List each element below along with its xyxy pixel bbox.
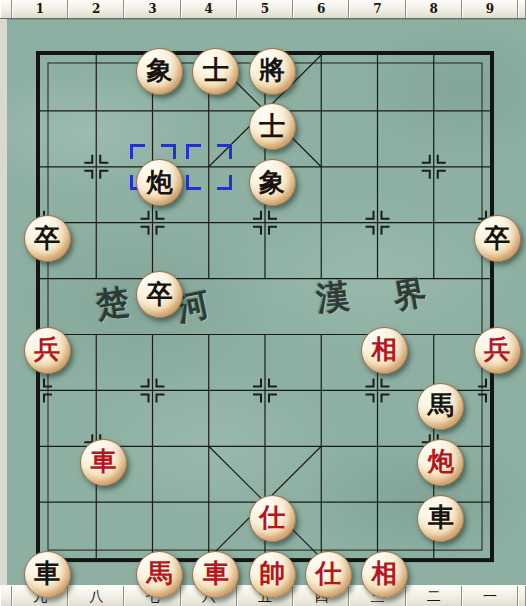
piece-glyph: 仕	[259, 504, 285, 530]
piece-glyph: 車	[34, 560, 60, 586]
piece-glyph: 將	[259, 57, 285, 83]
cell-f5r1: 將	[244, 43, 300, 99]
cell-f3r5: 卒	[131, 267, 187, 323]
piece-glyph: 馬	[147, 560, 173, 586]
piece-glyph: 車	[203, 560, 229, 586]
file-label-top-4: 4	[181, 0, 237, 18]
piece-glyph: 卒	[484, 225, 510, 251]
piece-black-advisor-f4r1[interactable]: 士	[192, 48, 239, 95]
cell-f1r10: 車	[19, 546, 75, 602]
piece-red-elephant-f7r6[interactable]: 相	[361, 327, 408, 374]
cell-f4r10: 車	[188, 546, 244, 602]
cell-f7r10: 相	[356, 546, 412, 602]
file-label-top-6: 6	[293, 0, 349, 18]
piece-glyph: 卒	[147, 281, 173, 307]
piece-red-cannon-f8r8[interactable]: 炮	[417, 439, 464, 486]
cell-f2r8: 車	[75, 434, 131, 490]
cell-f3r1: 象	[131, 43, 187, 99]
cell-f9r4: 卒	[469, 211, 525, 267]
piece-glyph: 帥	[259, 560, 285, 586]
piece-glyph: 馬	[428, 392, 454, 418]
cell-f3r10: 馬	[131, 546, 187, 602]
cell-f8r7: 馬	[413, 378, 469, 434]
piece-glyph: 士	[259, 113, 285, 139]
cell-f7r6: 相	[356, 323, 412, 379]
xiangqi-app: 123456789 楚河漢界 象士將士炮象卒卒卒兵相兵馬車炮仕車車馬車帥仕相 九…	[0, 0, 526, 606]
file-label-top-1: 1	[12, 0, 68, 18]
cell-f5r9: 仕	[244, 490, 300, 546]
piece-red-general-f5r10[interactable]: 帥	[249, 551, 296, 598]
piece-grid: 象士將士炮象卒卒卒兵相兵馬車炮仕車車馬車帥仕相	[19, 46, 525, 605]
piece-black-cannon-f3r3[interactable]: 炮	[136, 159, 183, 206]
piece-black-elephant-f5r3[interactable]: 象	[249, 159, 296, 206]
file-labels-top: 123456789	[0, 0, 526, 19]
piece-glyph: 炮	[428, 448, 454, 474]
xiangqi-board: 楚河漢界 象士將士炮象卒卒卒兵相兵馬車炮仕車車馬車帥仕相	[7, 19, 526, 585]
piece-glyph: 士	[203, 57, 229, 83]
file-label-top-3: 3	[124, 0, 180, 18]
piece-black-general-f5r1[interactable]: 將	[249, 48, 296, 95]
piece-red-elephant-f7r10[interactable]: 相	[361, 551, 408, 598]
cell-f3r3: 炮	[131, 155, 187, 211]
file-label-top-9: 9	[462, 0, 518, 18]
cell-f6r10: 仕	[300, 546, 356, 602]
piece-glyph: 車	[90, 448, 116, 474]
piece-red-advisor-f5r9[interactable]: 仕	[249, 495, 296, 542]
file-label-top-7: 7	[349, 0, 405, 18]
piece-red-chariot-f4r10[interactable]: 車	[192, 551, 239, 598]
cell-f4r1: 士	[188, 43, 244, 99]
piece-red-soldier-f1r6[interactable]: 兵	[24, 327, 71, 374]
cell-f5r3: 象	[244, 155, 300, 211]
piece-glyph: 相	[372, 560, 398, 586]
piece-black-chariot-f8r9[interactable]: 車	[417, 495, 464, 542]
piece-glyph: 象	[147, 57, 173, 83]
cell-f5r10: 帥	[244, 546, 300, 602]
file-label-top-edge-left	[0, 0, 12, 18]
cell-f1r4: 卒	[19, 211, 75, 267]
piece-black-soldier-f3r5[interactable]: 卒	[136, 271, 183, 318]
piece-glyph: 仕	[315, 560, 341, 586]
piece-black-elephant-f3r1[interactable]: 象	[136, 48, 183, 95]
cell-f8r8: 炮	[413, 434, 469, 490]
file-label-top-edge-right	[518, 0, 526, 18]
file-label-top-8: 8	[406, 0, 462, 18]
file-label-top-2: 2	[68, 0, 124, 18]
piece-glyph: 炮	[147, 169, 173, 195]
piece-glyph: 象	[259, 169, 285, 195]
piece-glyph: 車	[428, 504, 454, 530]
piece-red-chariot-f2r8[interactable]: 車	[80, 439, 127, 486]
cell-f8r9: 車	[413, 490, 469, 546]
piece-glyph: 兵	[34, 336, 60, 362]
piece-red-soldier-f9r6[interactable]: 兵	[474, 327, 521, 374]
file-label-top-5: 5	[237, 0, 293, 18]
piece-black-advisor-f5r2[interactable]: 士	[249, 103, 296, 150]
piece-red-horse-f3r10[interactable]: 馬	[136, 551, 183, 598]
cell-f5r2: 士	[244, 99, 300, 155]
piece-black-horse-f8r7[interactable]: 馬	[417, 383, 464, 430]
piece-glyph: 相	[372, 336, 398, 362]
file-label-bottom-edge-left	[0, 586, 12, 606]
piece-black-soldier-f9r4[interactable]: 卒	[474, 215, 521, 262]
cell-f1r6: 兵	[19, 323, 75, 379]
piece-glyph: 卒	[34, 225, 60, 251]
piece-red-advisor-f6r10[interactable]: 仕	[305, 551, 352, 598]
piece-black-chariot-f1r10[interactable]: 車	[24, 551, 71, 598]
piece-glyph: 兵	[484, 336, 510, 362]
cell-f9r6: 兵	[469, 323, 525, 379]
piece-black-soldier-f1r4[interactable]: 卒	[24, 215, 71, 262]
